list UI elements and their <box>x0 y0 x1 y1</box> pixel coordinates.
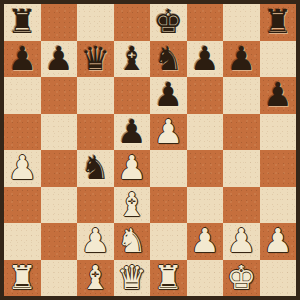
piece-black-rook[interactable]: ♜ <box>263 4 293 40</box>
piece-black-pawn[interactable]: ♟ <box>117 114 147 150</box>
square-g6[interactable] <box>223 77 260 114</box>
square-f6[interactable] <box>187 77 224 114</box>
piece-white-rook[interactable]: ♜ <box>7 260 37 296</box>
square-f7[interactable]: ♟ <box>187 41 224 78</box>
square-e3[interactable] <box>150 187 187 224</box>
piece-white-pawn[interactable]: ♟ <box>263 223 293 259</box>
square-b6[interactable] <box>41 77 78 114</box>
piece-white-pawn[interactable]: ♟ <box>117 150 147 186</box>
square-d5[interactable]: ♟ <box>114 114 151 151</box>
piece-black-knight[interactable]: ♞ <box>153 41 183 77</box>
square-g3[interactable] <box>223 187 260 224</box>
square-d1[interactable]: ♛ <box>114 260 151 297</box>
square-e7[interactable]: ♞ <box>150 41 187 78</box>
piece-white-queen[interactable]: ♛ <box>117 260 147 296</box>
square-h3[interactable] <box>260 187 297 224</box>
square-a4[interactable]: ♟ <box>4 150 41 187</box>
square-f2[interactable]: ♟ <box>187 223 224 260</box>
piece-black-pawn[interactable]: ♟ <box>263 77 293 113</box>
square-e4[interactable] <box>150 150 187 187</box>
piece-white-pawn[interactable]: ♟ <box>226 223 256 259</box>
square-e5[interactable]: ♟ <box>150 114 187 151</box>
square-c5[interactable] <box>77 114 114 151</box>
square-e8[interactable]: ♚ <box>150 4 187 41</box>
chess-board: ♜♚♜♟♟♛♝♞♟♟♟♟♟♟♟♞♟♝♟♞♟♟♟♜♝♛♜♚ <box>0 0 300 300</box>
square-b1[interactable] <box>41 260 78 297</box>
square-g4[interactable] <box>223 150 260 187</box>
square-c6[interactable] <box>77 77 114 114</box>
piece-black-pawn[interactable]: ♟ <box>153 77 183 113</box>
square-h6[interactable]: ♟ <box>260 77 297 114</box>
square-d3[interactable]: ♝ <box>114 187 151 224</box>
square-h2[interactable]: ♟ <box>260 223 297 260</box>
square-h7[interactable] <box>260 41 297 78</box>
square-a5[interactable] <box>4 114 41 151</box>
piece-black-pawn[interactable]: ♟ <box>190 41 220 77</box>
square-g8[interactable] <box>223 4 260 41</box>
square-g5[interactable] <box>223 114 260 151</box>
board-grid: ♜♚♜♟♟♛♝♞♟♟♟♟♟♟♟♞♟♝♟♞♟♟♟♜♝♛♜♚ <box>4 4 296 296</box>
piece-black-knight[interactable]: ♞ <box>80 150 110 186</box>
square-h1[interactable] <box>260 260 297 297</box>
piece-white-bishop[interactable]: ♝ <box>80 260 110 296</box>
piece-black-bishop[interactable]: ♝ <box>117 41 147 77</box>
piece-black-pawn[interactable]: ♟ <box>7 41 37 77</box>
piece-white-king[interactable]: ♚ <box>226 260 256 296</box>
piece-black-rook[interactable]: ♜ <box>7 4 37 40</box>
square-f3[interactable] <box>187 187 224 224</box>
square-c8[interactable] <box>77 4 114 41</box>
square-b8[interactable] <box>41 4 78 41</box>
piece-white-rook[interactable]: ♜ <box>153 260 183 296</box>
piece-white-pawn[interactable]: ♟ <box>80 223 110 259</box>
square-c1[interactable]: ♝ <box>77 260 114 297</box>
square-b2[interactable] <box>41 223 78 260</box>
square-e1[interactable]: ♜ <box>150 260 187 297</box>
piece-black-pawn[interactable]: ♟ <box>226 41 256 77</box>
square-c4[interactable]: ♞ <box>77 150 114 187</box>
square-h5[interactable] <box>260 114 297 151</box>
square-b7[interactable]: ♟ <box>41 41 78 78</box>
piece-black-pawn[interactable]: ♟ <box>44 41 74 77</box>
piece-white-knight[interactable]: ♞ <box>117 223 147 259</box>
square-c3[interactable] <box>77 187 114 224</box>
square-c7[interactable]: ♛ <box>77 41 114 78</box>
square-e6[interactable]: ♟ <box>150 77 187 114</box>
square-a8[interactable]: ♜ <box>4 4 41 41</box>
piece-white-pawn[interactable]: ♟ <box>190 223 220 259</box>
square-a1[interactable]: ♜ <box>4 260 41 297</box>
square-b4[interactable] <box>41 150 78 187</box>
square-c2[interactable]: ♟ <box>77 223 114 260</box>
square-a2[interactable] <box>4 223 41 260</box>
square-g1[interactable]: ♚ <box>223 260 260 297</box>
square-d2[interactable]: ♞ <box>114 223 151 260</box>
square-f4[interactable] <box>187 150 224 187</box>
square-a6[interactable] <box>4 77 41 114</box>
square-g7[interactable]: ♟ <box>223 41 260 78</box>
square-f1[interactable] <box>187 260 224 297</box>
square-b5[interactable] <box>41 114 78 151</box>
piece-white-bishop[interactable]: ♝ <box>117 187 147 223</box>
square-h4[interactable] <box>260 150 297 187</box>
square-a7[interactable]: ♟ <box>4 41 41 78</box>
square-a3[interactable] <box>4 187 41 224</box>
square-e2[interactable] <box>150 223 187 260</box>
square-h8[interactable]: ♜ <box>260 4 297 41</box>
square-b3[interactable] <box>41 187 78 224</box>
square-f8[interactable] <box>187 4 224 41</box>
piece-black-queen[interactable]: ♛ <box>80 41 110 77</box>
piece-white-pawn[interactable]: ♟ <box>7 150 37 186</box>
piece-white-pawn[interactable]: ♟ <box>153 114 183 150</box>
square-g2[interactable]: ♟ <box>223 223 260 260</box>
piece-black-king[interactable]: ♚ <box>153 4 183 40</box>
square-d8[interactable] <box>114 4 151 41</box>
square-d6[interactable] <box>114 77 151 114</box>
square-f5[interactable] <box>187 114 224 151</box>
square-d4[interactable]: ♟ <box>114 150 151 187</box>
square-d7[interactable]: ♝ <box>114 41 151 78</box>
